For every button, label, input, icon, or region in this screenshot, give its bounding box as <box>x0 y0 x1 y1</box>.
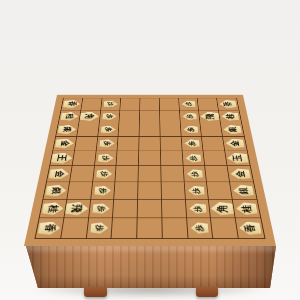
piece-kanji: 歩 <box>185 102 192 106</box>
shogi-piece-pawn-R[interactable]: 歩 <box>181 101 195 108</box>
shogi-piece-pawn-L[interactable]: 歩 <box>96 169 113 178</box>
board-cell-r1c6[interactable] <box>160 98 180 110</box>
piece-kanji: 歩 <box>188 141 196 146</box>
piece-kanji: 銀 <box>51 187 62 194</box>
board-cell-r7c8[interactable] <box>207 182 233 199</box>
board-cell-r7c5[interactable] <box>138 182 162 199</box>
shogi-piece-pawn-R[interactable]: 歩 <box>190 223 208 234</box>
board-cell-r3c1[interactable]: 銀 <box>56 123 79 137</box>
shogi-piece-gold-L[interactable]: 金 <box>49 169 70 180</box>
board-cell-r6c1[interactable]: 金 <box>47 166 72 182</box>
piece-kanji: 金 <box>230 140 240 146</box>
board-cell-r4c5[interactable] <box>139 137 161 151</box>
board-cell-r9c6[interactable] <box>162 218 188 238</box>
shogi-piece-lance-L[interactable]: 香 <box>38 222 62 235</box>
shogi-piece-silver-L[interactable]: 銀 <box>58 125 77 134</box>
board-cell-r9c9[interactable]: 香 <box>236 218 265 238</box>
board-cell-r6c6[interactable] <box>161 166 184 182</box>
board-cell-r3c8[interactable] <box>201 123 223 137</box>
board-cell-r3c7[interactable]: 歩 <box>180 123 202 137</box>
board-cell-r3c6[interactable] <box>160 123 181 137</box>
board-cell-r8c6[interactable] <box>162 200 187 219</box>
shogi-piece-knight-R[interactable]: 桂 <box>235 202 258 214</box>
piece-kanji: 歩 <box>193 205 202 211</box>
piece-kanji: 歩 <box>97 205 106 211</box>
board-cell-r5c9[interactable]: 玉 <box>225 151 250 166</box>
board-cell-r7c9[interactable]: 銀 <box>230 182 256 199</box>
piece-kanji: 香 <box>244 224 256 232</box>
board-cell-r2c7[interactable]: 歩 <box>180 110 201 123</box>
piece-kanji: 金 <box>60 140 70 146</box>
board-cell-r4c6[interactable] <box>160 137 182 151</box>
shogi-piece-pawn-L[interactable]: 歩 <box>90 223 108 234</box>
shogi-piece-pawn-L[interactable]: 歩 <box>99 139 115 147</box>
shogi-board-photo: 香歩歩香桂角歩歩飛桂銀歩歩銀金歩歩金王歩歩玉金歩歩金銀歩歩銀桂飛歩歩角桂香歩歩香 <box>0 0 300 300</box>
piece-kanji: 銀 <box>238 187 249 194</box>
shogi-piece-pawn-L[interactable]: 歩 <box>101 126 116 134</box>
piece-kanji: 桂 <box>65 114 74 119</box>
board-cell-r6c8[interactable] <box>206 166 231 182</box>
board-cell-r8c7[interactable]: 歩 <box>186 200 212 219</box>
board-cell-r6c2[interactable] <box>70 166 95 182</box>
piece-kanji: 歩 <box>106 114 113 118</box>
shogi-piece-gold-R[interactable]: 金 <box>225 139 245 149</box>
board-cell-r9c4[interactable] <box>112 218 138 238</box>
board-cell-r1c8[interactable] <box>198 98 219 110</box>
shogi-piece-pawn-R[interactable]: 歩 <box>186 169 203 178</box>
board-cell-r2c8[interactable]: 飛 <box>199 110 221 123</box>
board-cell-r6c7[interactable]: 歩 <box>183 166 207 182</box>
board-foot-left <box>84 287 107 297</box>
shogi-grid: 香歩歩香桂角歩歩飛桂銀歩歩銀金歩歩金王歩歩玉金歩歩金銀歩歩銀桂飛歩歩角桂香歩歩香 <box>34 98 265 239</box>
board-cell-r8c4[interactable] <box>113 200 138 219</box>
board-cell-r3c4[interactable] <box>119 123 140 137</box>
shogi-piece-gold-R[interactable]: 金 <box>230 169 251 180</box>
piece-kanji: 歩 <box>102 156 110 161</box>
piece-kanji: 銀 <box>62 127 72 133</box>
piece-kanji: 飛 <box>205 114 215 120</box>
shogi-piece-pawn-L[interactable]: 歩 <box>102 113 117 120</box>
board-cell-r4c2[interactable] <box>75 137 98 151</box>
shogi-piece-pawn-L[interactable]: 歩 <box>92 203 110 213</box>
shogi-piece-pawn-R[interactable]: 歩 <box>188 186 205 196</box>
piece-kanji: 香 <box>43 224 55 232</box>
shogi-piece-pawn-R[interactable]: 歩 <box>183 126 198 134</box>
board-cell-r2c3[interactable]: 歩 <box>99 110 120 123</box>
board-cell-r2c1[interactable]: 桂 <box>59 110 81 123</box>
board-cell-r4c4[interactable] <box>118 137 140 151</box>
board-cell-r5c4[interactable] <box>117 151 140 166</box>
board-cell-r8c8[interactable]: 角 <box>209 200 236 219</box>
board-cell-r7c7[interactable]: 歩 <box>184 182 209 199</box>
board-foot-right <box>196 287 218 297</box>
board-cell-r4c8[interactable] <box>202 137 225 151</box>
board-side-face <box>24 246 278 288</box>
board-cell-r1c9[interactable]: 香 <box>217 98 239 110</box>
board-cell-r7c2[interactable] <box>67 182 93 199</box>
shogi-piece-pawn-R[interactable]: 歩 <box>185 154 201 162</box>
board-cell-r8c1[interactable]: 桂 <box>40 200 67 219</box>
piece-kanji: 桂 <box>225 114 234 119</box>
piece-kanji: 歩 <box>192 188 201 194</box>
piece-kanji: 金 <box>54 171 65 178</box>
board-cell-r3c2[interactable] <box>77 123 99 137</box>
board-cell-r1c3[interactable]: 歩 <box>101 98 122 110</box>
board-cell-r2c5[interactable] <box>140 110 160 123</box>
board-cell-r6c4[interactable] <box>116 166 139 182</box>
board-cell-r5c3[interactable]: 歩 <box>94 151 117 166</box>
board-cell-r4c7[interactable]: 歩 <box>181 137 203 151</box>
piece-kanji: 歩 <box>100 171 108 176</box>
board-cell-r2c9[interactable]: 桂 <box>219 110 241 123</box>
board-cell-r8c2[interactable]: 飛 <box>64 200 91 219</box>
board-cell-r9c5[interactable] <box>137 218 162 238</box>
board-cell-r5c6[interactable] <box>161 151 184 166</box>
piece-kanji: 角 <box>216 204 228 212</box>
board-cell-r3c9[interactable]: 銀 <box>221 123 244 137</box>
shogi-piece-king-L[interactable]: 王 <box>51 153 73 164</box>
board-cell-r3c3[interactable]: 歩 <box>98 123 120 137</box>
board-cell-r8c5[interactable] <box>138 200 163 219</box>
shogi-piece-lance-L[interactable]: 香 <box>63 100 81 108</box>
board-cell-r8c9[interactable]: 桂 <box>233 200 260 219</box>
piece-kanji: 歩 <box>195 225 204 232</box>
board-cell-r9c2[interactable] <box>61 218 89 238</box>
piece-kanji: 金 <box>235 171 246 178</box>
piece-kanji: 歩 <box>105 127 113 132</box>
piece-kanji: 銀 <box>227 127 237 133</box>
piece-kanji: 桂 <box>241 205 253 213</box>
shogi-piece-pawn-R[interactable]: 歩 <box>184 139 200 147</box>
board-cell-r2c6[interactable] <box>160 110 181 123</box>
shogi-piece-knight-L[interactable]: 桂 <box>42 202 65 214</box>
shogi-piece-knight-R[interactable]: 桂 <box>221 112 240 121</box>
shogi-piece-pawn-L[interactable]: 歩 <box>98 154 114 162</box>
shogi-piece-bishop-R[interactable]: 角 <box>210 202 234 215</box>
board-cell-r7c4[interactable] <box>114 182 138 199</box>
board-cell-r9c1[interactable]: 香 <box>36 218 65 238</box>
piece-kanji: 王 <box>56 155 67 162</box>
board-cell-r1c1[interactable]: 香 <box>61 98 83 110</box>
shogi-piece-rook-L[interactable]: 飛 <box>65 202 89 215</box>
piece-kanji: 玉 <box>232 155 243 162</box>
board-cell-r2c4[interactable] <box>120 110 141 123</box>
shogi-piece-lance-R[interactable]: 香 <box>238 222 262 235</box>
board-cell-r1c4[interactable] <box>120 98 140 110</box>
board-cell-r5c2[interactable] <box>72 151 96 166</box>
board-cell-r9c8[interactable] <box>211 218 239 238</box>
shogi-piece-pawn-L[interactable]: 歩 <box>104 101 118 108</box>
piece-kanji: 角 <box>85 114 95 120</box>
board-cell-r7c3[interactable]: 歩 <box>91 182 116 199</box>
piece-kanji: 歩 <box>189 156 197 161</box>
board-surface: 香歩歩香桂角歩歩飛桂銀歩歩銀金歩歩金王歩歩玉金歩歩金銀歩歩銀桂飛歩歩角桂香歩歩香 <box>24 95 276 246</box>
board-cell-r9c3[interactable]: 歩 <box>86 218 113 238</box>
piece-kanji: 香 <box>67 102 76 107</box>
board-cell-r3c5[interactable] <box>140 123 161 137</box>
shogi-piece-silver-R[interactable]: 銀 <box>232 185 254 197</box>
board-cell-r7c6[interactable] <box>161 182 185 199</box>
board-cell-r5c7[interactable]: 歩 <box>182 151 205 166</box>
board-cell-r1c7[interactable]: 歩 <box>179 98 200 110</box>
board-cell-r1c5[interactable] <box>140 98 160 110</box>
piece-kanji: 歩 <box>103 141 111 146</box>
piece-kanji: 歩 <box>107 102 114 106</box>
board-cell-r6c3[interactable]: 歩 <box>93 166 117 182</box>
piece-kanji: 歩 <box>187 127 195 132</box>
piece-kanji: 歩 <box>191 171 199 176</box>
board-cell-r9c7[interactable]: 歩 <box>187 218 214 238</box>
shogi-piece-king-R[interactable]: 玉 <box>226 153 248 164</box>
piece-kanji: 歩 <box>99 188 108 194</box>
shogi-piece-pawn-R[interactable]: 歩 <box>182 113 197 120</box>
shogi-piece-silver-R[interactable]: 銀 <box>223 125 242 134</box>
board-cell-r2c2[interactable]: 角 <box>79 110 101 123</box>
piece-kanji: 歩 <box>95 225 104 232</box>
shogi-piece-pawn-R[interactable]: 歩 <box>189 203 207 213</box>
shogi-piece-silver-L[interactable]: 銀 <box>45 185 67 197</box>
shogi-piece-rook-R[interactable]: 飛 <box>200 112 220 121</box>
board-cell-r6c5[interactable] <box>139 166 162 182</box>
board-cell-r4c9[interactable]: 金 <box>223 137 247 151</box>
piece-kanji: 飛 <box>71 204 83 212</box>
board-cell-r4c1[interactable]: 金 <box>53 137 77 151</box>
shogi-piece-pawn-L[interactable]: 歩 <box>94 186 111 196</box>
board-cell-r7c1[interactable]: 銀 <box>43 182 69 199</box>
board-cell-r5c1[interactable]: 王 <box>50 151 75 166</box>
board-cell-r5c8[interactable] <box>204 151 228 166</box>
shogi-piece-gold-L[interactable]: 金 <box>55 139 75 149</box>
board-cell-r1c2[interactable] <box>81 98 102 110</box>
board-cell-r5c5[interactable] <box>139 151 161 166</box>
shogi-piece-bishop-L[interactable]: 角 <box>80 112 100 121</box>
shogi-piece-lance-R[interactable]: 香 <box>219 100 237 108</box>
piece-kanji: 桂 <box>47 205 59 213</box>
board-cell-r6c9[interactable]: 金 <box>228 166 253 182</box>
piece-kanji: 香 <box>223 102 232 107</box>
board-cell-r8c3[interactable]: 歩 <box>89 200 115 219</box>
board-cell-r4c3[interactable]: 歩 <box>96 137 118 151</box>
shogi-piece-knight-L[interactable]: 桂 <box>60 112 79 121</box>
piece-kanji: 歩 <box>186 114 193 118</box>
